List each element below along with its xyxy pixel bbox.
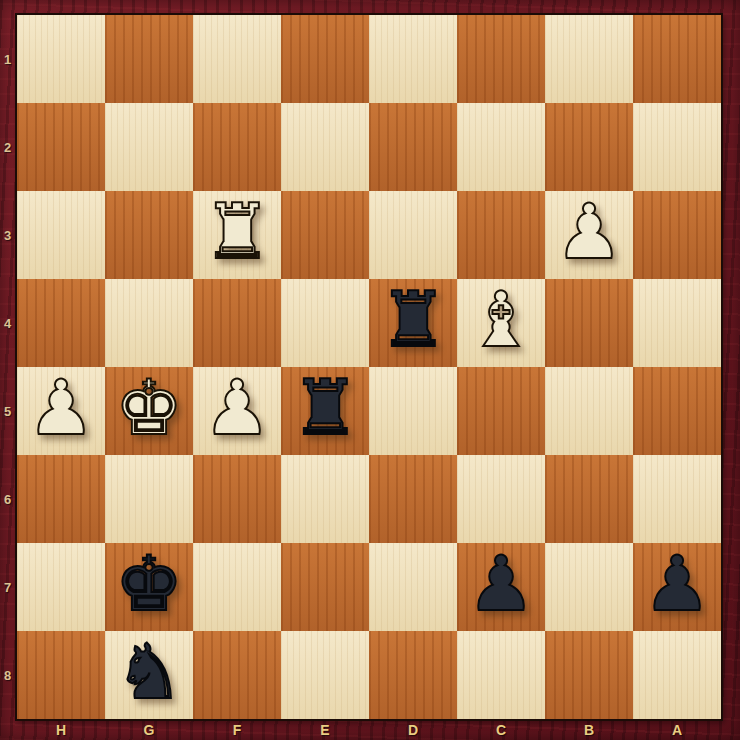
rank-label-6: 6 — [0, 455, 15, 543]
file-label-F: F — [193, 719, 281, 740]
square-h2[interactable] — [17, 103, 105, 191]
square-b5[interactable] — [545, 367, 633, 455]
piece-white-king-g5[interactable]: ♚ — [115, 364, 183, 452]
square-f6[interactable] — [193, 455, 281, 543]
file-label-C: C — [457, 719, 545, 740]
rank-label-7: 7 — [0, 543, 15, 631]
square-f4[interactable] — [193, 279, 281, 367]
piece-white-rook-f3[interactable]: ♜ — [203, 188, 271, 276]
rank-labels: 12345678 — [0, 15, 15, 719]
square-g2[interactable] — [105, 103, 193, 191]
square-b8[interactable] — [545, 631, 633, 719]
square-e5[interactable]: ♜ — [281, 367, 369, 455]
piece-black-rook-e5[interactable]: ♜ — [291, 364, 359, 452]
board-frame: ♜♟♜♝♟♚♟♜♚♟♟♞ 12345678 HGFEDCBA — [0, 0, 740, 740]
square-e7[interactable] — [281, 543, 369, 631]
square-a1[interactable] — [633, 15, 721, 103]
square-c7[interactable]: ♟ — [457, 543, 545, 631]
square-a7[interactable]: ♟ — [633, 543, 721, 631]
square-f1[interactable] — [193, 15, 281, 103]
square-f7[interactable] — [193, 543, 281, 631]
square-e3[interactable] — [281, 191, 369, 279]
square-b1[interactable] — [545, 15, 633, 103]
square-c3[interactable] — [457, 191, 545, 279]
piece-white-pawn-f5[interactable]: ♟ — [203, 364, 271, 452]
square-d8[interactable] — [369, 631, 457, 719]
file-label-G: G — [105, 719, 193, 740]
square-d2[interactable] — [369, 103, 457, 191]
square-f5[interactable]: ♟ — [193, 367, 281, 455]
square-c2[interactable] — [457, 103, 545, 191]
square-a5[interactable] — [633, 367, 721, 455]
square-a3[interactable] — [633, 191, 721, 279]
square-h8[interactable] — [17, 631, 105, 719]
square-c8[interactable] — [457, 631, 545, 719]
square-h1[interactable] — [17, 15, 105, 103]
piece-black-rook-d4[interactable]: ♜ — [379, 276, 447, 364]
square-d6[interactable] — [369, 455, 457, 543]
piece-black-pawn-c7[interactable]: ♟ — [467, 540, 535, 628]
square-h7[interactable] — [17, 543, 105, 631]
rank-label-3: 3 — [0, 191, 15, 279]
piece-black-knight-g8[interactable]: ♞ — [115, 628, 183, 716]
square-c6[interactable] — [457, 455, 545, 543]
square-h4[interactable] — [17, 279, 105, 367]
square-h3[interactable] — [17, 191, 105, 279]
piece-white-pawn-b3[interactable]: ♟ — [555, 188, 623, 276]
square-g3[interactable] — [105, 191, 193, 279]
square-g4[interactable] — [105, 279, 193, 367]
square-e8[interactable] — [281, 631, 369, 719]
file-label-D: D — [369, 719, 457, 740]
square-g7[interactable]: ♚ — [105, 543, 193, 631]
square-f3[interactable]: ♜ — [193, 191, 281, 279]
square-f8[interactable] — [193, 631, 281, 719]
square-d3[interactable] — [369, 191, 457, 279]
square-b4[interactable] — [545, 279, 633, 367]
square-g8[interactable]: ♞ — [105, 631, 193, 719]
rank-label-4: 4 — [0, 279, 15, 367]
file-label-B: B — [545, 719, 633, 740]
square-h5[interactable]: ♟ — [17, 367, 105, 455]
square-h6[interactable] — [17, 455, 105, 543]
square-f2[interactable] — [193, 103, 281, 191]
square-e6[interactable] — [281, 455, 369, 543]
square-g6[interactable] — [105, 455, 193, 543]
piece-black-pawn-a7[interactable]: ♟ — [643, 540, 711, 628]
square-a6[interactable] — [633, 455, 721, 543]
square-g5[interactable]: ♚ — [105, 367, 193, 455]
square-a2[interactable] — [633, 103, 721, 191]
piece-white-pawn-h5[interactable]: ♟ — [27, 364, 95, 452]
square-c4[interactable]: ♝ — [457, 279, 545, 367]
square-b7[interactable] — [545, 543, 633, 631]
square-a8[interactable] — [633, 631, 721, 719]
rank-label-8: 8 — [0, 631, 15, 719]
square-b3[interactable]: ♟ — [545, 191, 633, 279]
square-b2[interactable] — [545, 103, 633, 191]
file-label-E: E — [281, 719, 369, 740]
chess-board: ♜♟♜♝♟♚♟♜♚♟♟♞ — [15, 13, 723, 721]
file-labels: HGFEDCBA — [17, 719, 721, 740]
square-g1[interactable] — [105, 15, 193, 103]
square-a4[interactable] — [633, 279, 721, 367]
rank-label-5: 5 — [0, 367, 15, 455]
file-label-H: H — [17, 719, 105, 740]
square-d1[interactable] — [369, 15, 457, 103]
rank-label-1: 1 — [0, 15, 15, 103]
file-label-A: A — [633, 719, 721, 740]
square-e2[interactable] — [281, 103, 369, 191]
piece-white-bishop-c4[interactable]: ♝ — [467, 276, 535, 364]
square-d4[interactable]: ♜ — [369, 279, 457, 367]
square-c1[interactable] — [457, 15, 545, 103]
square-e4[interactable] — [281, 279, 369, 367]
square-d7[interactable] — [369, 543, 457, 631]
rank-label-2: 2 — [0, 103, 15, 191]
square-d5[interactable] — [369, 367, 457, 455]
square-b6[interactable] — [545, 455, 633, 543]
piece-black-king-g7[interactable]: ♚ — [115, 540, 183, 628]
square-e1[interactable] — [281, 15, 369, 103]
square-c5[interactable] — [457, 367, 545, 455]
